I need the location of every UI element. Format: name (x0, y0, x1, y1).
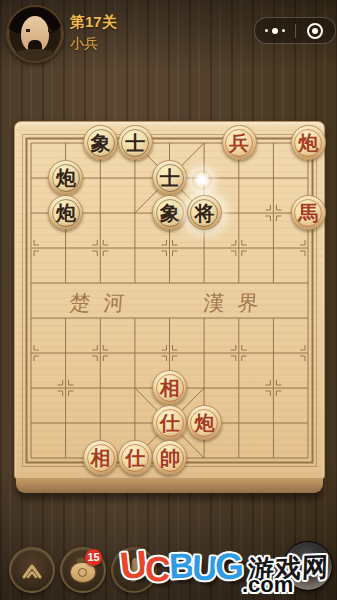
chevron-up-icon (19, 557, 45, 583)
piece-black-象[interactable]: 象 (152, 195, 187, 230)
piece-black-炮[interactable]: 炮 (48, 160, 83, 195)
extra-button[interactable] (111, 547, 157, 593)
more-options-button[interactable] (255, 18, 295, 43)
piece-red-帥[interactable]: 帥 (152, 440, 187, 475)
player-rank-label: 小兵 (70, 35, 98, 53)
piece-red-炮[interactable]: 炮 (187, 405, 222, 440)
piece-red-炮[interactable]: 炮 (291, 125, 326, 160)
close-minimize-button[interactable] (296, 18, 336, 43)
game-screen: 第17关 小兵 楚河 漢界 象士兵炮炮士炮象将馬相仕炮相仕帥 15 UCBUG … (0, 0, 337, 600)
watermark-letter: U (191, 547, 216, 588)
dark-sphere-button[interactable] (283, 541, 333, 591)
avatar-eyes (26, 29, 52, 32)
level-title: 第17关 (70, 13, 117, 32)
board-grid[interactable]: 象士兵炮炮士炮象将馬相仕炮相仕帥 (14, 125, 326, 475)
watermark-letter: G (215, 546, 243, 589)
piece-red-相[interactable]: 相 (152, 370, 187, 405)
avatar-shoulder (10, 49, 60, 63)
piece-red-兵[interactable]: 兵 (222, 125, 257, 160)
piece-black-炮[interactable]: 炮 (48, 195, 83, 230)
piece-black-将[interactable]: 将 (187, 195, 222, 230)
piece-red-仕[interactable]: 仕 (118, 440, 153, 475)
coins-badge: 15 (85, 549, 102, 566)
xiangqi-board[interactable]: 楚河 漢界 象士兵炮炮士炮象将馬相仕炮相仕帥 (14, 121, 325, 479)
piece-black-象[interactable]: 象 (83, 125, 118, 160)
target-circle-icon (307, 23, 323, 39)
player-avatar[interactable] (6, 5, 64, 63)
watermark-letter: B (168, 545, 193, 586)
piece-red-馬[interactable]: 馬 (291, 195, 326, 230)
piece-red-相[interactable]: 相 (83, 440, 118, 475)
sparkle-effect (192, 170, 212, 190)
wechat-capsule (254, 17, 336, 44)
more-dots-icon (265, 28, 285, 34)
piece-red-仕[interactable]: 仕 (152, 405, 187, 440)
expand-menu-button[interactable] (9, 547, 55, 593)
sword-icon (129, 558, 139, 583)
piece-black-士[interactable]: 士 (152, 160, 187, 195)
piece-black-士[interactable]: 士 (118, 125, 153, 160)
